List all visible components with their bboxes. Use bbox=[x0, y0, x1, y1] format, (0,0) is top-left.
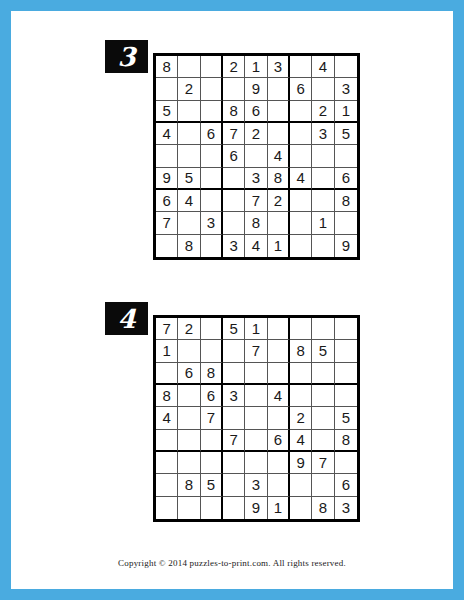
sudoku-cell-r8c9 bbox=[335, 212, 357, 234]
sudoku-cell-r7c9: 8 bbox=[335, 190, 357, 212]
sudoku-cell-r3c1 bbox=[156, 363, 178, 385]
sudoku-cell-r1c7 bbox=[290, 318, 312, 340]
sudoku-cell-r8c7 bbox=[290, 212, 312, 234]
puzzle-number-badge-4: 4 bbox=[105, 302, 148, 335]
sudoku-cell-r3c4 bbox=[223, 363, 245, 385]
puzzle-page: 3 82134296358621467235649538466472873818… bbox=[0, 0, 464, 600]
sudoku-cell-r6c3 bbox=[201, 430, 223, 452]
sudoku-cell-r3c3 bbox=[201, 101, 223, 123]
sudoku-cell-r7c7 bbox=[290, 190, 312, 212]
puzzle-number-badge-3: 3 bbox=[105, 40, 148, 73]
sudoku-cell-r5c2 bbox=[178, 407, 200, 429]
sudoku-cell-r6c8 bbox=[312, 168, 334, 190]
sudoku-cell-r6c4 bbox=[223, 168, 245, 190]
sudoku-cell-r7c4 bbox=[223, 452, 245, 474]
sudoku-cell-r6c6: 6 bbox=[268, 430, 290, 452]
sudoku-cell-r2c1 bbox=[156, 78, 178, 100]
sudoku-cell-r3c1: 5 bbox=[156, 101, 178, 123]
sudoku-cell-r4c3: 6 bbox=[201, 123, 223, 145]
sudoku-cell-r1c2: 2 bbox=[178, 318, 200, 340]
sudoku-cell-r8c3: 5 bbox=[201, 474, 223, 496]
sudoku-grid-4: 72511785688634472576489785369183 bbox=[153, 315, 360, 522]
sudoku-cell-r4c7 bbox=[290, 385, 312, 407]
sudoku-cell-r8c5: 8 bbox=[245, 212, 267, 234]
sudoku-cell-r9c5: 4 bbox=[245, 235, 267, 257]
sudoku-cell-r6c9: 6 bbox=[335, 168, 357, 190]
sudoku-cell-r8c4 bbox=[223, 474, 245, 496]
sudoku-cell-r3c8: 2 bbox=[312, 101, 334, 123]
sudoku-cell-r1c4: 2 bbox=[223, 56, 245, 78]
sudoku-cell-r8c7 bbox=[290, 474, 312, 496]
sudoku-cell-r4c5: 2 bbox=[245, 123, 267, 145]
sudoku-cell-r3c5 bbox=[245, 363, 267, 385]
sudoku-cell-r2c1: 1 bbox=[156, 340, 178, 362]
sudoku-cell-r6c1 bbox=[156, 430, 178, 452]
sudoku-cell-r4c3: 6 bbox=[201, 385, 223, 407]
sudoku-cell-r9c8: 8 bbox=[312, 497, 334, 519]
sudoku-cell-r2c3 bbox=[201, 78, 223, 100]
sudoku-cell-r8c1: 7 bbox=[156, 212, 178, 234]
sudoku-cell-r9c1 bbox=[156, 497, 178, 519]
sudoku-cell-r3c6 bbox=[268, 101, 290, 123]
sudoku-cell-r9c6: 1 bbox=[268, 235, 290, 257]
sudoku-cell-r1c8 bbox=[312, 318, 334, 340]
sudoku-cell-r1c6 bbox=[268, 318, 290, 340]
sudoku-cell-r4c2 bbox=[178, 385, 200, 407]
sudoku-cell-r7c2 bbox=[178, 452, 200, 474]
sudoku-cell-r2c5: 7 bbox=[245, 340, 267, 362]
sudoku-cell-r2c3 bbox=[201, 340, 223, 362]
sudoku-cell-r1c9 bbox=[335, 318, 357, 340]
sudoku-cell-r5c7 bbox=[290, 145, 312, 167]
sudoku-cell-r1c4: 5 bbox=[223, 318, 245, 340]
sudoku-cell-r7c2: 4 bbox=[178, 190, 200, 212]
sudoku-cell-r7c4 bbox=[223, 190, 245, 212]
sudoku-cell-r4c7 bbox=[290, 123, 312, 145]
sudoku-cell-r2c4 bbox=[223, 78, 245, 100]
sudoku-cell-r9c1 bbox=[156, 235, 178, 257]
sudoku-cell-r5c9 bbox=[335, 145, 357, 167]
sudoku-cell-r9c4: 3 bbox=[223, 235, 245, 257]
sudoku-cell-r8c4 bbox=[223, 212, 245, 234]
sudoku-cell-r7c9 bbox=[335, 452, 357, 474]
sudoku-cell-r9c2: 8 bbox=[178, 235, 200, 257]
sudoku-cell-r4c6 bbox=[268, 123, 290, 145]
sudoku-cell-r9c3 bbox=[201, 497, 223, 519]
sudoku-cell-r2c2: 2 bbox=[178, 78, 200, 100]
sudoku-cell-r5c7: 2 bbox=[290, 407, 312, 429]
sudoku-cell-r2c4 bbox=[223, 340, 245, 362]
sudoku-cell-r8c3: 3 bbox=[201, 212, 223, 234]
sudoku-cell-r6c6: 8 bbox=[268, 168, 290, 190]
sudoku-cell-r1c7 bbox=[290, 56, 312, 78]
sudoku-cell-r5c5 bbox=[245, 407, 267, 429]
sudoku-cell-r4c4: 7 bbox=[223, 123, 245, 145]
sudoku-cell-r3c5: 6 bbox=[245, 101, 267, 123]
sudoku-cell-r9c5: 9 bbox=[245, 497, 267, 519]
sudoku-cell-r5c8 bbox=[312, 407, 334, 429]
sudoku-cell-r1c5: 1 bbox=[245, 318, 267, 340]
sudoku-cell-r4c2 bbox=[178, 123, 200, 145]
sudoku-cell-r5c5 bbox=[245, 145, 267, 167]
sudoku-cell-r8c6 bbox=[268, 212, 290, 234]
sudoku-cell-r4c6: 4 bbox=[268, 385, 290, 407]
sudoku-cell-r9c3 bbox=[201, 235, 223, 257]
sudoku-cell-r3c9: 1 bbox=[335, 101, 357, 123]
sudoku-cell-r5c3: 7 bbox=[201, 407, 223, 429]
sudoku-cell-r2c7: 8 bbox=[290, 340, 312, 362]
sudoku-cell-r7c6 bbox=[268, 452, 290, 474]
sudoku-cell-r9c9: 3 bbox=[335, 497, 357, 519]
sudoku-cell-r6c7: 4 bbox=[290, 168, 312, 190]
sudoku-cell-r5c1 bbox=[156, 145, 178, 167]
sudoku-cell-r8c1 bbox=[156, 474, 178, 496]
sudoku-cell-r7c7: 9 bbox=[290, 452, 312, 474]
sudoku-cell-r1c1: 8 bbox=[156, 56, 178, 78]
sudoku-cell-r5c6 bbox=[268, 407, 290, 429]
sudoku-cell-r4c1: 4 bbox=[156, 123, 178, 145]
sudoku-cell-r8c8 bbox=[312, 474, 334, 496]
sudoku-cell-r5c9: 5 bbox=[335, 407, 357, 429]
sudoku-cell-r9c7 bbox=[290, 497, 312, 519]
sudoku-cell-r7c3 bbox=[201, 452, 223, 474]
sudoku-cell-r5c2 bbox=[178, 145, 200, 167]
sudoku-cell-r4c4: 3 bbox=[223, 385, 245, 407]
copyright-notice: Copyright © 2014 puzzles-to-print.com. A… bbox=[11, 558, 453, 568]
sudoku-cell-r5c4: 6 bbox=[223, 145, 245, 167]
sudoku-cell-r1c3 bbox=[201, 318, 223, 340]
sudoku-cell-r4c8 bbox=[312, 385, 334, 407]
sudoku-cell-r3c3: 8 bbox=[201, 363, 223, 385]
sudoku-cell-r7c5: 7 bbox=[245, 190, 267, 212]
sudoku-cell-r6c5: 3 bbox=[245, 168, 267, 190]
sudoku-cell-r4c9: 5 bbox=[335, 123, 357, 145]
sudoku-cell-r2c5: 9 bbox=[245, 78, 267, 100]
sudoku-cell-r4c1: 8 bbox=[156, 385, 178, 407]
sudoku-cell-r6c2 bbox=[178, 430, 200, 452]
sudoku-cell-r6c2: 5 bbox=[178, 168, 200, 190]
sudoku-cell-r2c6 bbox=[268, 340, 290, 362]
sudoku-cell-r8c6 bbox=[268, 474, 290, 496]
sudoku-cell-r5c1: 4 bbox=[156, 407, 178, 429]
sudoku-cell-r2c8 bbox=[312, 78, 334, 100]
sudoku-cell-r1c1: 7 bbox=[156, 318, 178, 340]
sudoku-cell-r1c5: 1 bbox=[245, 56, 267, 78]
sudoku-cell-r3c2: 6 bbox=[178, 363, 200, 385]
sudoku-cell-r6c8 bbox=[312, 430, 334, 452]
sudoku-cell-r1c6: 3 bbox=[268, 56, 290, 78]
sudoku-cell-r9c4 bbox=[223, 497, 245, 519]
sudoku-cell-r9c9: 9 bbox=[335, 235, 357, 257]
sudoku-cell-r2c7: 6 bbox=[290, 78, 312, 100]
sudoku-cell-r1c8: 4 bbox=[312, 56, 334, 78]
sudoku-cell-r2c9 bbox=[335, 340, 357, 362]
sudoku-cell-r5c4 bbox=[223, 407, 245, 429]
sudoku-cell-r7c1: 6 bbox=[156, 190, 178, 212]
sudoku-cell-r7c8: 7 bbox=[312, 452, 334, 474]
sudoku-grid-3: 8213429635862146723564953846647287381834… bbox=[153, 53, 360, 260]
sudoku-cell-r9c8 bbox=[312, 235, 334, 257]
sudoku-cell-r4c8: 3 bbox=[312, 123, 334, 145]
sudoku-cell-r3c2 bbox=[178, 101, 200, 123]
sudoku-cell-r9c6: 1 bbox=[268, 497, 290, 519]
sudoku-cell-r8c8: 1 bbox=[312, 212, 334, 234]
sudoku-cell-r2c8: 5 bbox=[312, 340, 334, 362]
sudoku-cell-r7c6: 2 bbox=[268, 190, 290, 212]
sudoku-cell-r9c2 bbox=[178, 497, 200, 519]
sudoku-cell-r3c9 bbox=[335, 363, 357, 385]
sudoku-cell-r6c7: 4 bbox=[290, 430, 312, 452]
sudoku-cell-r5c8 bbox=[312, 145, 334, 167]
sudoku-cell-r9c7 bbox=[290, 235, 312, 257]
sudoku-cell-r3c8 bbox=[312, 363, 334, 385]
sudoku-cell-r6c1: 9 bbox=[156, 168, 178, 190]
sudoku-cell-r7c8 bbox=[312, 190, 334, 212]
sudoku-cell-r3c6 bbox=[268, 363, 290, 385]
sudoku-cell-r7c5 bbox=[245, 452, 267, 474]
sudoku-cell-r4c9 bbox=[335, 385, 357, 407]
sudoku-cell-r8c2: 8 bbox=[178, 474, 200, 496]
sudoku-cell-r1c9 bbox=[335, 56, 357, 78]
sudoku-cell-r6c3 bbox=[201, 168, 223, 190]
sudoku-cell-r8c2 bbox=[178, 212, 200, 234]
sudoku-cell-r4c5 bbox=[245, 385, 267, 407]
sudoku-cell-r3c4: 8 bbox=[223, 101, 245, 123]
sudoku-cell-r2c9: 3 bbox=[335, 78, 357, 100]
sudoku-cell-r8c9: 6 bbox=[335, 474, 357, 496]
sudoku-cell-r2c2 bbox=[178, 340, 200, 362]
sudoku-cell-r7c1 bbox=[156, 452, 178, 474]
sudoku-cell-r5c6: 4 bbox=[268, 145, 290, 167]
sudoku-cell-r6c9: 8 bbox=[335, 430, 357, 452]
sudoku-cell-r6c4: 7 bbox=[223, 430, 245, 452]
sudoku-cell-r5c3 bbox=[201, 145, 223, 167]
sudoku-cell-r6c5 bbox=[245, 430, 267, 452]
sudoku-cell-r7c3 bbox=[201, 190, 223, 212]
sudoku-cell-r3c7 bbox=[290, 363, 312, 385]
sudoku-cell-r1c2 bbox=[178, 56, 200, 78]
sudoku-cell-r1c3 bbox=[201, 56, 223, 78]
sudoku-cell-r3c7 bbox=[290, 101, 312, 123]
sudoku-cell-r8c5: 3 bbox=[245, 474, 267, 496]
sudoku-cell-r2c6 bbox=[268, 78, 290, 100]
